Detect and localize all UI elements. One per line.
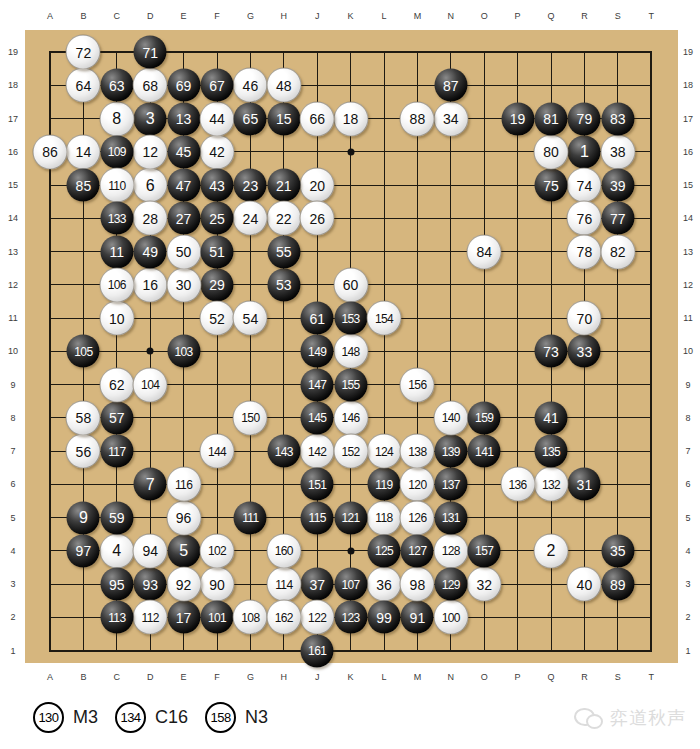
white-stone-46-G18: 46 (233, 68, 268, 103)
white-stone-2-Q4: 2 (534, 533, 569, 568)
white-stone-16-D12: 16 (133, 267, 168, 302)
col-label-E: E (181, 11, 187, 21)
white-stone-128-N4: 128 (433, 533, 468, 568)
row-label-6: 6 (10, 479, 15, 489)
col-label-L: L (381, 11, 386, 21)
black-stone-69-E18: 69 (167, 69, 200, 102)
white-stone-122-J2: 122 (300, 600, 335, 635)
black-stone-125-L4: 125 (368, 534, 401, 567)
white-stone-56-B7: 56 (66, 434, 101, 469)
row-label-11: 11 (683, 313, 692, 323)
white-stone-76-R14: 76 (567, 201, 602, 236)
black-stone-85-B15: 85 (67, 169, 100, 202)
black-stone-123-K2: 123 (334, 601, 367, 634)
black-stone-11-C13: 11 (100, 235, 133, 268)
row-label-18: 18 (683, 80, 693, 90)
black-stone-17-E2: 17 (167, 601, 200, 634)
col-label-P: P (515, 11, 521, 21)
black-stone-151-J6: 151 (301, 468, 334, 501)
row-label-5: 5 (685, 513, 690, 523)
white-stone-28-D14: 28 (133, 201, 168, 236)
white-stone-120-M6: 120 (400, 467, 435, 502)
black-stone-49-D13: 49 (134, 235, 167, 268)
black-stone-161-J1: 161 (301, 634, 334, 667)
white-stone-4-C4: 4 (99, 533, 134, 568)
white-stone-18-K17: 18 (333, 101, 368, 136)
col-label-N: N (448, 672, 455, 682)
col-label-S: S (615, 672, 621, 682)
black-stone-67-F18: 67 (201, 69, 234, 102)
black-stone-143-H7: 143 (267, 435, 300, 468)
col-label-D: D (147, 11, 154, 21)
black-stone-73-Q10: 73 (535, 335, 568, 368)
black-stone-7-D6: 7 (134, 468, 167, 501)
black-stone-31-R6: 31 (568, 468, 601, 501)
white-stone-22-H14: 22 (266, 201, 301, 236)
col-label-G: G (247, 672, 254, 682)
caption-coord-134: C16 (155, 707, 188, 728)
row-label-18: 18 (8, 80, 18, 90)
star-point (147, 348, 154, 355)
caption-moves-bar: 130 M3 134 C16 158 N3 (33, 700, 276, 734)
black-stone-5-E4: 5 (167, 534, 200, 567)
row-label-1: 1 (685, 646, 690, 656)
black-stone-97-B4: 97 (67, 534, 100, 567)
col-label-L: L (381, 672, 386, 682)
grid-line (49, 650, 652, 652)
col-label-C: C (114, 672, 121, 682)
col-label-A: A (47, 11, 53, 21)
watermark-text: 弈道秋声 (610, 706, 686, 730)
white-stone-36-L3: 36 (367, 567, 402, 602)
white-stone-12-D16: 12 (133, 134, 168, 169)
white-stone-66-J17: 66 (300, 101, 335, 136)
row-label-2: 2 (10, 612, 15, 622)
wechat-icon (574, 706, 604, 730)
col-label-P: P (515, 672, 521, 682)
black-stone-99-L2: 99 (368, 601, 401, 634)
white-stone-80-Q16: 80 (534, 134, 569, 169)
black-stone-51-F13: 51 (201, 235, 234, 268)
black-stone-23-G15: 23 (234, 169, 267, 202)
black-stone-45-E16: 45 (167, 135, 200, 168)
col-label-B: B (80, 672, 86, 682)
white-stone-126-M5: 126 (400, 500, 435, 535)
row-label-13: 13 (8, 247, 18, 257)
white-stone-92-E3: 92 (166, 567, 201, 602)
white-stone-74-R15: 74 (567, 168, 602, 203)
col-label-Q: Q (547, 672, 554, 682)
black-stone-15-H17: 15 (267, 102, 300, 135)
black-stone-59-C5: 59 (100, 501, 133, 534)
white-stone-144-F7: 144 (200, 434, 235, 469)
caption-stone-134: 134 (115, 702, 146, 733)
white-stone-88-M17: 88 (400, 101, 435, 136)
row-label-13: 13 (683, 247, 693, 257)
col-label-M: M (414, 672, 422, 682)
white-stone-156-M9: 156 (400, 367, 435, 402)
black-stone-153-K11: 153 (334, 302, 367, 335)
row-label-11: 11 (8, 313, 17, 323)
black-stone-111-G5: 111 (234, 501, 267, 534)
white-stone-8-C17: 8 (99, 101, 134, 136)
black-stone-27-E14: 27 (167, 202, 200, 235)
white-stone-48-H18: 48 (266, 68, 301, 103)
watermark: 弈道秋声 (574, 706, 686, 730)
col-label-F: F (214, 672, 220, 682)
white-stone-104-D9: 104 (133, 367, 168, 402)
black-stone-121-K5: 121 (334, 501, 367, 534)
white-stone-162-H2: 162 (266, 600, 301, 635)
row-label-7: 7 (685, 446, 690, 456)
black-stone-147-J9: 147 (301, 368, 334, 401)
white-stone-60-K12: 60 (333, 267, 368, 302)
caption-coord-130: M3 (73, 707, 98, 728)
row-label-2: 2 (685, 612, 690, 622)
col-label-R: R (581, 11, 588, 21)
black-stone-145-J8: 145 (301, 401, 334, 434)
row-label-3: 3 (10, 579, 15, 589)
white-stone-116-E6: 116 (166, 467, 201, 502)
black-stone-57-C8: 57 (100, 401, 133, 434)
row-label-5: 5 (10, 513, 15, 523)
white-stone-42-F16: 42 (200, 134, 235, 169)
black-stone-109-C16: 109 (100, 135, 133, 168)
row-label-14: 14 (683, 213, 693, 223)
black-stone-77-S14: 77 (601, 202, 634, 235)
row-label-3: 3 (685, 579, 690, 589)
black-stone-25-F14: 25 (201, 202, 234, 235)
white-stone-140-N8: 140 (433, 400, 468, 435)
black-stone-129-N3: 129 (434, 568, 467, 601)
white-stone-44-F17: 44 (200, 101, 235, 136)
row-label-15: 15 (683, 180, 693, 190)
row-label-12: 12 (8, 280, 18, 290)
row-label-9: 9 (10, 380, 15, 390)
white-stone-6-D15: 6 (133, 168, 168, 203)
black-stone-19-P17: 19 (501, 102, 534, 135)
black-stone-83-S17: 83 (601, 102, 634, 135)
black-stone-41-Q8: 41 (535, 401, 568, 434)
col-label-T: T (648, 11, 654, 21)
white-stone-70-R11: 70 (567, 301, 602, 336)
white-stone-132-Q6: 132 (534, 467, 569, 502)
black-stone-79-R17: 79 (568, 102, 601, 135)
black-stone-33-R10: 33 (568, 335, 601, 368)
white-stone-152-K7: 152 (333, 434, 368, 469)
col-label-H: H (281, 11, 288, 21)
black-stone-63-C18: 63 (100, 69, 133, 102)
row-label-16: 16 (8, 147, 18, 157)
col-label-R: R (581, 672, 588, 682)
white-stone-26-J14: 26 (300, 201, 335, 236)
caption-stone-130: 130 (33, 702, 64, 733)
col-label-K: K (348, 11, 354, 21)
white-stone-154-L11: 154 (367, 301, 402, 336)
white-stone-106-C12: 106 (99, 267, 134, 302)
caption-stone-158: 158 (205, 702, 236, 733)
white-stone-94-D4: 94 (133, 533, 168, 568)
black-stone-39-S15: 39 (601, 169, 634, 202)
row-label-17: 17 (8, 114, 18, 124)
white-stone-142-J7: 142 (300, 434, 335, 469)
white-stone-150-G8: 150 (233, 400, 268, 435)
white-stone-146-K8: 146 (333, 400, 368, 435)
col-label-J: J (315, 11, 320, 21)
black-stone-1-R16: 1 (568, 135, 601, 168)
col-label-A: A (47, 672, 53, 682)
black-stone-37-J3: 37 (301, 568, 334, 601)
black-stone-61-J11: 61 (301, 302, 334, 335)
col-label-F: F (214, 11, 220, 21)
row-label-16: 16 (683, 147, 693, 157)
black-stone-71-D19: 71 (134, 36, 167, 69)
col-label-J: J (315, 672, 320, 682)
black-stone-115-J5: 115 (301, 501, 334, 534)
white-stone-100-N2: 100 (433, 600, 468, 635)
white-stone-82-S13: 82 (600, 234, 635, 269)
row-label-17: 17 (683, 114, 693, 124)
white-stone-114-H3: 114 (266, 567, 301, 602)
black-stone-155-K9: 155 (334, 368, 367, 401)
row-label-10: 10 (8, 346, 18, 356)
white-stone-108-G2: 108 (233, 600, 268, 635)
black-stone-47-E15: 47 (167, 169, 200, 202)
row-label-10: 10 (683, 346, 693, 356)
white-stone-50-E13: 50 (166, 234, 201, 269)
black-stone-29-F12: 29 (201, 268, 234, 301)
black-stone-81-Q17: 81 (535, 102, 568, 135)
black-stone-53-H12: 53 (267, 268, 300, 301)
col-label-K: K (348, 672, 354, 682)
black-stone-157-O4: 157 (468, 534, 501, 567)
row-label-15: 15 (8, 180, 18, 190)
star-point (347, 547, 354, 554)
white-stone-10-C11: 10 (99, 301, 134, 336)
row-label-4: 4 (10, 546, 15, 556)
black-stone-137-N6: 137 (434, 468, 467, 501)
row-label-6: 6 (685, 479, 690, 489)
black-stone-65-G17: 65 (234, 102, 267, 135)
black-stone-103-E10: 103 (167, 335, 200, 368)
white-stone-20-J15: 20 (300, 168, 335, 203)
white-stone-72-B19: 72 (66, 35, 101, 70)
black-stone-105-B10: 105 (67, 335, 100, 368)
black-stone-95-C3: 95 (100, 568, 133, 601)
black-stone-101-F2: 101 (201, 601, 234, 634)
col-label-E: E (181, 672, 187, 682)
go-kifu-diagram: AABBCCDDEEFFGGHHJJKKLLMMNNOOPPQQRRSSTT19… (0, 0, 700, 749)
white-stone-62-C9: 62 (99, 367, 134, 402)
white-stone-112-D2: 112 (133, 600, 168, 635)
black-stone-127-M4: 127 (401, 534, 434, 567)
white-stone-84-O13: 84 (467, 234, 502, 269)
star-point (347, 148, 354, 155)
black-stone-21-H15: 21 (267, 169, 300, 202)
black-stone-3-D17: 3 (134, 102, 167, 135)
white-stone-110-C15: 110 (99, 168, 134, 203)
col-label-Q: Q (547, 11, 554, 21)
col-label-D: D (147, 672, 154, 682)
white-stone-78-R13: 78 (567, 234, 602, 269)
black-stone-141-O7: 141 (468, 435, 501, 468)
black-stone-117-C7: 117 (100, 435, 133, 468)
col-label-N: N (448, 11, 455, 21)
row-label-7: 7 (10, 446, 15, 456)
white-stone-68-D18: 68 (133, 68, 168, 103)
white-stone-138-M7: 138 (400, 434, 435, 469)
black-stone-159-O8: 159 (468, 401, 501, 434)
white-stone-64-B18: 64 (66, 68, 101, 103)
black-stone-149-J10: 149 (301, 335, 334, 368)
white-stone-160-H4: 160 (266, 533, 301, 568)
black-stone-9-B5: 9 (67, 501, 100, 534)
white-stone-34-N17: 34 (433, 101, 468, 136)
white-stone-24-G14: 24 (233, 201, 268, 236)
col-label-O: O (481, 11, 488, 21)
white-stone-136-P6: 136 (500, 467, 535, 502)
col-label-O: O (481, 672, 488, 682)
black-stone-87-N18: 87 (434, 69, 467, 102)
black-stone-93-D3: 93 (134, 568, 167, 601)
black-stone-55-H13: 55 (267, 235, 300, 268)
white-stone-32-O3: 32 (467, 567, 502, 602)
black-stone-107-K3: 107 (334, 568, 367, 601)
white-stone-124-L7: 124 (367, 434, 402, 469)
row-label-9: 9 (685, 380, 690, 390)
white-stone-54-G11: 54 (233, 301, 268, 336)
white-stone-14-B16: 14 (66, 134, 101, 169)
row-label-19: 19 (683, 47, 693, 57)
white-stone-30-E12: 30 (166, 267, 201, 302)
white-stone-38-S16: 38 (600, 134, 635, 169)
black-stone-43-F15: 43 (201, 169, 234, 202)
row-label-4: 4 (685, 546, 690, 556)
grid-line (517, 51, 518, 652)
black-stone-113-C2: 113 (100, 601, 133, 634)
white-stone-118-L5: 118 (367, 500, 402, 535)
black-stone-135-Q7: 135 (535, 435, 568, 468)
row-label-19: 19 (8, 47, 18, 57)
white-stone-52-F11: 52 (200, 301, 235, 336)
row-label-12: 12 (683, 280, 693, 290)
caption-coord-158: N3 (245, 707, 268, 728)
black-stone-75-Q15: 75 (535, 169, 568, 202)
white-stone-58-B8: 58 (66, 400, 101, 435)
black-stone-91-M2: 91 (401, 601, 434, 634)
col-label-C: C (114, 11, 121, 21)
row-label-14: 14 (8, 213, 18, 223)
black-stone-139-N7: 139 (434, 435, 467, 468)
white-stone-86-A16: 86 (33, 134, 68, 169)
white-stone-40-R3: 40 (567, 567, 602, 602)
black-stone-119-L6: 119 (368, 468, 401, 501)
col-label-B: B (80, 11, 86, 21)
col-label-G: G (247, 11, 254, 21)
row-label-8: 8 (685, 413, 690, 423)
white-stone-90-F3: 90 (200, 567, 235, 602)
black-stone-35-S4: 35 (601, 534, 634, 567)
col-label-S: S (615, 11, 621, 21)
black-stone-133-C14: 133 (100, 202, 133, 235)
col-label-H: H (281, 672, 288, 682)
black-stone-131-N5: 131 (434, 501, 467, 534)
grid-line (650, 51, 652, 652)
row-label-8: 8 (10, 413, 15, 423)
white-stone-98-M3: 98 (400, 567, 435, 602)
white-stone-148-K10: 148 (333, 334, 368, 369)
black-stone-89-S3: 89 (601, 568, 634, 601)
black-stone-13-E17: 13 (167, 102, 200, 135)
white-stone-96-E5: 96 (166, 500, 201, 535)
white-stone-102-F4: 102 (200, 533, 235, 568)
row-label-1: 1 (10, 646, 15, 656)
col-label-T: T (648, 672, 654, 682)
col-label-M: M (414, 11, 422, 21)
